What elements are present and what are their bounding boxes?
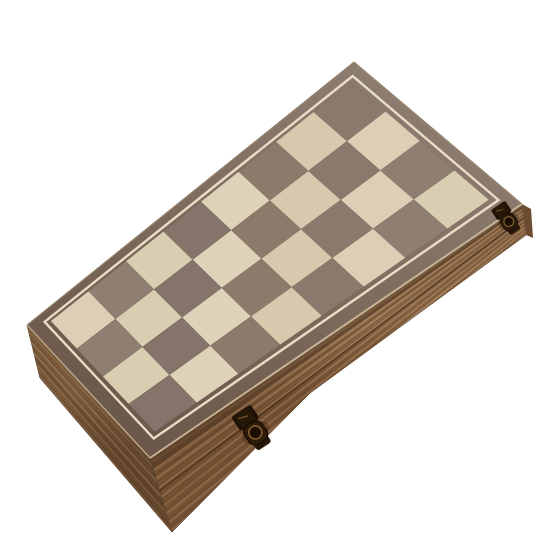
product-photo bbox=[0, 0, 540, 540]
folded-chess-box bbox=[0, 0, 540, 540]
